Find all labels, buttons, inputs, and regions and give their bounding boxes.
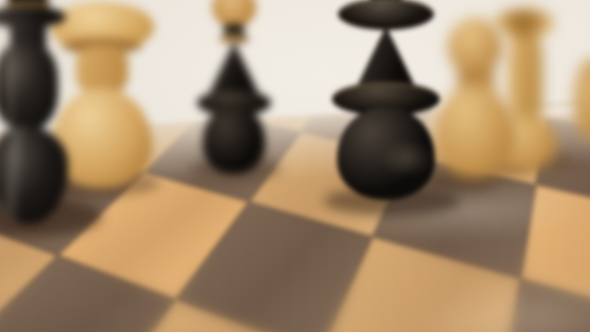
- chessboard-photo: [0, 0, 590, 332]
- piece-cone: [352, 26, 420, 88]
- piece-body: [574, 58, 590, 142]
- piece-upper-disc: [338, 0, 434, 30]
- piece-head: [448, 18, 502, 76]
- black-piece-foreground: [0, 0, 84, 230]
- black-piece-ball-finial: [194, 0, 274, 184]
- piece-base: [337, 108, 435, 200]
- piece-base: [203, 106, 265, 174]
- white-piece-edge: [574, 58, 590, 142]
- piece-body: [0, 40, 58, 132]
- piece-base: [436, 84, 514, 178]
- black-pawn-centre: [328, 0, 444, 206]
- piece-base: [0, 126, 68, 224]
